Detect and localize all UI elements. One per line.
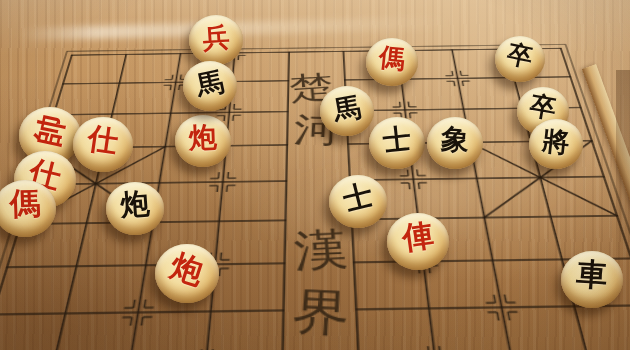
piece-character: 兵 [188, 17, 244, 57]
piece-character: 炮 [174, 118, 231, 157]
river-char-jie: 界 [290, 283, 350, 342]
piece-red-soldier[interactable]: 兵 [189, 15, 243, 65]
piece-red-cannon[interactable]: 炮 [155, 244, 219, 303]
piece-red-horse[interactable]: 傌 [0, 180, 56, 237]
piece-red-advisor[interactable]: 仕 [73, 117, 133, 172]
piece-black-chariot[interactable]: 車 [561, 251, 623, 308]
table-shadow-right [616, 70, 630, 260]
piece-black-advisor[interactable]: 士 [369, 117, 425, 169]
piece-black-advisor[interactable]: 士 [329, 175, 387, 228]
piece-character: 仕 [71, 116, 136, 164]
piece-black-elephant[interactable]: 象 [427, 117, 483, 169]
piece-character: 象 [426, 119, 484, 160]
piece-red-cannon[interactable]: 炮 [175, 115, 231, 167]
piece-character: 傌 [364, 39, 419, 79]
piece-character: 車 [560, 252, 625, 297]
piece-black-horse[interactable]: 馬 [320, 86, 374, 136]
piece-character: 將 [527, 120, 584, 161]
piece-character: 俥 [384, 212, 451, 261]
piece-black-soldier[interactable]: 卒 [495, 36, 545, 82]
piece-character: 傌 [0, 182, 57, 225]
piece-black-cannon[interactable]: 炮 [106, 182, 164, 235]
piece-black-horse[interactable]: 馬 [183, 61, 237, 111]
piece-black-general[interactable]: 將 [529, 119, 583, 169]
piece-character: 炮 [105, 183, 166, 225]
wooden-table-surface: 楚 河 漢 界 兵傌帥仕炮仕傌炮俥卒馬馬士象卒將士炮車 [0, 0, 630, 350]
piece-red-chariot[interactable]: 俥 [387, 213, 449, 270]
piece-character: 士 [367, 118, 427, 161]
river-char-han: 漢 [293, 224, 350, 277]
piece-red-horse[interactable]: 傌 [366, 38, 418, 86]
